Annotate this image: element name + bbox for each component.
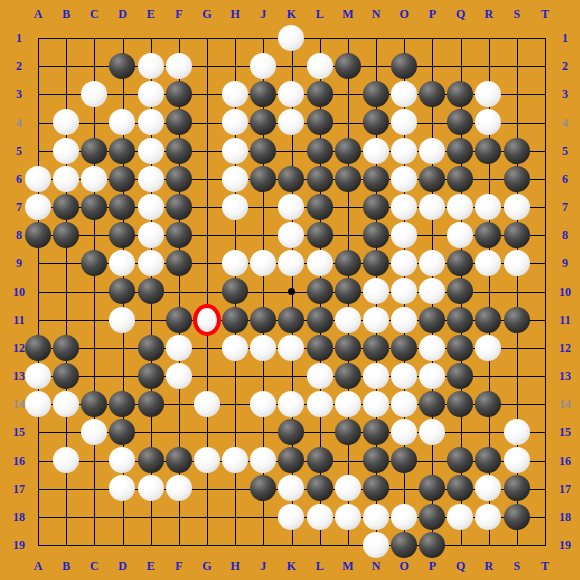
intersection-R14[interactable] [474,390,502,418]
intersection-C3[interactable] [80,80,108,108]
intersection-S5[interactable] [503,137,531,165]
intersection-C15[interactable] [80,418,108,446]
intersection-N2[interactable] [362,52,390,80]
intersection-F19[interactable] [165,531,193,559]
intersection-B8[interactable] [52,221,80,249]
intersection-G17[interactable] [193,474,221,502]
intersection-C18[interactable] [80,503,108,531]
intersection-F12[interactable] [165,334,193,362]
intersection-F3[interactable] [165,80,193,108]
intersection-H17[interactable] [221,474,249,502]
intersection-G11[interactable] [193,305,221,333]
intersection-S13[interactable] [503,362,531,390]
intersection-A3[interactable] [24,80,52,108]
intersection-O13[interactable] [390,362,418,390]
intersection-Q7[interactable] [446,193,474,221]
intersection-P18[interactable] [418,503,446,531]
intersection-B19[interactable] [52,531,80,559]
intersection-O2[interactable] [390,52,418,80]
intersection-H12[interactable] [221,334,249,362]
intersection-C12[interactable] [80,334,108,362]
intersection-J9[interactable] [249,249,277,277]
intersection-S8[interactable] [503,221,531,249]
intersection-E3[interactable] [137,80,165,108]
intersection-F10[interactable] [165,277,193,305]
intersection-Q17[interactable] [446,474,474,502]
intersection-E13[interactable] [137,362,165,390]
intersection-H5[interactable] [221,137,249,165]
intersection-Q6[interactable] [446,165,474,193]
intersection-K4[interactable] [277,108,305,136]
intersection-Q4[interactable] [446,108,474,136]
intersection-S18[interactable] [503,503,531,531]
intersection-M9[interactable] [334,249,362,277]
intersection-P10[interactable] [418,277,446,305]
intersection-D17[interactable] [108,474,136,502]
intersection-E16[interactable] [137,446,165,474]
intersection-H14[interactable] [221,390,249,418]
intersection-O5[interactable] [390,137,418,165]
intersection-L13[interactable] [305,362,333,390]
intersection-C9[interactable] [80,249,108,277]
intersection-A19[interactable] [24,531,52,559]
intersection-J5[interactable] [249,137,277,165]
intersection-J10[interactable] [249,277,277,305]
intersection-N8[interactable] [362,221,390,249]
intersection-E9[interactable] [137,249,165,277]
intersection-B12[interactable] [52,334,80,362]
intersection-E11[interactable] [137,305,165,333]
intersection-O11[interactable] [390,305,418,333]
intersection-M18[interactable] [334,503,362,531]
intersection-P5[interactable] [418,137,446,165]
intersection-C10[interactable] [80,277,108,305]
intersection-C6[interactable] [80,165,108,193]
intersection-O12[interactable] [390,334,418,362]
intersection-E19[interactable] [137,531,165,559]
intersection-N13[interactable] [362,362,390,390]
intersection-G8[interactable] [193,221,221,249]
intersection-R15[interactable] [474,418,502,446]
intersection-T13[interactable] [531,362,559,390]
intersection-G13[interactable] [193,362,221,390]
intersection-T8[interactable] [531,221,559,249]
intersection-H2[interactable] [221,52,249,80]
intersection-P2[interactable] [418,52,446,80]
intersection-Q16[interactable] [446,446,474,474]
intersection-L19[interactable] [305,531,333,559]
intersection-N16[interactable] [362,446,390,474]
intersection-A13[interactable] [24,362,52,390]
intersection-L9[interactable] [305,249,333,277]
intersection-L10[interactable] [305,277,333,305]
intersection-T17[interactable] [531,474,559,502]
intersection-L4[interactable] [305,108,333,136]
intersection-B4[interactable] [52,108,80,136]
intersection-S4[interactable] [503,108,531,136]
intersection-A9[interactable] [24,249,52,277]
intersection-K18[interactable] [277,503,305,531]
intersection-D12[interactable] [108,334,136,362]
intersection-D8[interactable] [108,221,136,249]
intersection-R16[interactable] [474,446,502,474]
intersection-F5[interactable] [165,137,193,165]
intersection-C5[interactable] [80,137,108,165]
intersection-B5[interactable] [52,137,80,165]
intersection-D14[interactable] [108,390,136,418]
intersection-M6[interactable] [334,165,362,193]
intersection-D2[interactable] [108,52,136,80]
intersection-F16[interactable] [165,446,193,474]
intersection-J15[interactable] [249,418,277,446]
intersection-F15[interactable] [165,418,193,446]
intersection-D9[interactable] [108,249,136,277]
intersection-L7[interactable] [305,193,333,221]
intersection-E15[interactable] [137,418,165,446]
intersection-L16[interactable] [305,446,333,474]
intersection-P3[interactable] [418,80,446,108]
intersection-D7[interactable] [108,193,136,221]
intersection-B3[interactable] [52,80,80,108]
intersection-K14[interactable] [277,390,305,418]
intersection-O14[interactable] [390,390,418,418]
intersection-M1[interactable] [334,24,362,52]
intersection-H15[interactable] [221,418,249,446]
intersection-G4[interactable] [193,108,221,136]
intersection-O9[interactable] [390,249,418,277]
intersection-O19[interactable] [390,531,418,559]
intersection-Q11[interactable] [446,305,474,333]
intersection-N4[interactable] [362,108,390,136]
intersection-J6[interactable] [249,165,277,193]
intersection-A16[interactable] [24,446,52,474]
intersection-R3[interactable] [474,80,502,108]
intersection-Q14[interactable] [446,390,474,418]
intersection-S7[interactable] [503,193,531,221]
intersection-E2[interactable] [137,52,165,80]
intersection-K17[interactable] [277,474,305,502]
intersection-T16[interactable] [531,446,559,474]
intersection-K8[interactable] [277,221,305,249]
intersection-K11[interactable] [277,305,305,333]
intersection-R13[interactable] [474,362,502,390]
intersection-O15[interactable] [390,418,418,446]
intersection-J18[interactable] [249,503,277,531]
intersection-J12[interactable] [249,334,277,362]
intersection-P16[interactable] [418,446,446,474]
intersection-E17[interactable] [137,474,165,502]
intersection-D10[interactable] [108,277,136,305]
intersection-M11[interactable] [334,305,362,333]
intersection-T2[interactable] [531,52,559,80]
intersection-P6[interactable] [418,165,446,193]
intersection-T3[interactable] [531,80,559,108]
intersection-T4[interactable] [531,108,559,136]
intersection-M5[interactable] [334,137,362,165]
intersection-L8[interactable] [305,221,333,249]
intersection-J16[interactable] [249,446,277,474]
intersection-D4[interactable] [108,108,136,136]
intersection-E6[interactable] [137,165,165,193]
intersection-H9[interactable] [221,249,249,277]
intersection-C19[interactable] [80,531,108,559]
intersection-N5[interactable] [362,137,390,165]
intersection-F9[interactable] [165,249,193,277]
intersection-H11[interactable] [221,305,249,333]
intersection-O17[interactable] [390,474,418,502]
intersection-G7[interactable] [193,193,221,221]
intersection-D5[interactable] [108,137,136,165]
intersection-P15[interactable] [418,418,446,446]
intersection-O1[interactable] [390,24,418,52]
intersection-R9[interactable] [474,249,502,277]
intersection-K16[interactable] [277,446,305,474]
intersection-O18[interactable] [390,503,418,531]
intersection-O16[interactable] [390,446,418,474]
intersection-G1[interactable] [193,24,221,52]
intersection-N3[interactable] [362,80,390,108]
intersection-K6[interactable] [277,165,305,193]
intersection-S9[interactable] [503,249,531,277]
intersection-O10[interactable] [390,277,418,305]
intersection-G15[interactable] [193,418,221,446]
intersection-A2[interactable] [24,52,52,80]
intersection-D15[interactable] [108,418,136,446]
intersection-A14[interactable] [24,390,52,418]
intersection-R8[interactable] [474,221,502,249]
intersection-S6[interactable] [503,165,531,193]
intersection-P1[interactable] [418,24,446,52]
intersection-B9[interactable] [52,249,80,277]
intersection-H16[interactable] [221,446,249,474]
intersection-T12[interactable] [531,334,559,362]
intersection-R11[interactable] [474,305,502,333]
intersection-N11[interactable] [362,305,390,333]
intersection-C8[interactable] [80,221,108,249]
intersection-B11[interactable] [52,305,80,333]
intersection-C17[interactable] [80,474,108,502]
intersection-A18[interactable] [24,503,52,531]
intersection-H4[interactable] [221,108,249,136]
intersection-C7[interactable] [80,193,108,221]
intersection-G10[interactable] [193,277,221,305]
intersection-C2[interactable] [80,52,108,80]
intersection-N15[interactable] [362,418,390,446]
intersection-N12[interactable] [362,334,390,362]
intersection-E12[interactable] [137,334,165,362]
intersection-L14[interactable] [305,390,333,418]
intersection-K12[interactable] [277,334,305,362]
intersection-R19[interactable] [474,531,502,559]
intersection-H18[interactable] [221,503,249,531]
intersection-M3[interactable] [334,80,362,108]
intersection-Q19[interactable] [446,531,474,559]
intersection-K9[interactable] [277,249,305,277]
intersection-E10[interactable] [137,277,165,305]
intersection-T9[interactable] [531,249,559,277]
intersection-O7[interactable] [390,193,418,221]
intersection-D16[interactable] [108,446,136,474]
intersection-O8[interactable] [390,221,418,249]
intersection-H19[interactable] [221,531,249,559]
intersection-A6[interactable] [24,165,52,193]
intersection-R6[interactable] [474,165,502,193]
intersection-B2[interactable] [52,52,80,80]
intersection-E5[interactable] [137,137,165,165]
intersection-P19[interactable] [418,531,446,559]
intersection-S14[interactable] [503,390,531,418]
intersection-N18[interactable] [362,503,390,531]
intersection-T18[interactable] [531,503,559,531]
intersection-D18[interactable] [108,503,136,531]
intersection-Q1[interactable] [446,24,474,52]
intersection-M12[interactable] [334,334,362,362]
intersection-N19[interactable] [362,531,390,559]
intersection-J3[interactable] [249,80,277,108]
intersection-J17[interactable] [249,474,277,502]
intersection-K15[interactable] [277,418,305,446]
intersection-K7[interactable] [277,193,305,221]
intersection-M14[interactable] [334,390,362,418]
intersection-D11[interactable] [108,305,136,333]
intersection-J11[interactable] [249,305,277,333]
intersection-D19[interactable] [108,531,136,559]
intersection-G2[interactable] [193,52,221,80]
intersection-B15[interactable] [52,418,80,446]
intersection-F8[interactable] [165,221,193,249]
intersection-J13[interactable] [249,362,277,390]
intersection-K10[interactable] [277,277,305,305]
intersection-S16[interactable] [503,446,531,474]
intersection-M19[interactable] [334,531,362,559]
intersection-P14[interactable] [418,390,446,418]
intersection-J8[interactable] [249,221,277,249]
intersection-J19[interactable] [249,531,277,559]
intersection-K19[interactable] [277,531,305,559]
intersection-E18[interactable] [137,503,165,531]
intersection-K5[interactable] [277,137,305,165]
intersection-H6[interactable] [221,165,249,193]
intersection-O6[interactable] [390,165,418,193]
intersection-L17[interactable] [305,474,333,502]
intersection-M15[interactable] [334,418,362,446]
intersection-E14[interactable] [137,390,165,418]
intersection-M4[interactable] [334,108,362,136]
intersection-L5[interactable] [305,137,333,165]
intersection-F4[interactable] [165,108,193,136]
intersection-K2[interactable] [277,52,305,80]
intersection-S19[interactable] [503,531,531,559]
intersection-S17[interactable] [503,474,531,502]
intersection-N6[interactable] [362,165,390,193]
intersection-M13[interactable] [334,362,362,390]
intersection-T19[interactable] [531,531,559,559]
intersection-T1[interactable] [531,24,559,52]
intersection-F14[interactable] [165,390,193,418]
intersection-M7[interactable] [334,193,362,221]
intersection-G6[interactable] [193,165,221,193]
intersection-L15[interactable] [305,418,333,446]
intersection-R17[interactable] [474,474,502,502]
intersection-B14[interactable] [52,390,80,418]
intersection-K1[interactable] [277,24,305,52]
intersection-R2[interactable] [474,52,502,80]
intersection-Q3[interactable] [446,80,474,108]
intersection-G12[interactable] [193,334,221,362]
intersection-J2[interactable] [249,52,277,80]
intersection-M16[interactable] [334,446,362,474]
intersection-B6[interactable] [52,165,80,193]
intersection-Q15[interactable] [446,418,474,446]
intersection-L6[interactable] [305,165,333,193]
intersection-L3[interactable] [305,80,333,108]
intersection-L11[interactable] [305,305,333,333]
intersection-F18[interactable] [165,503,193,531]
intersection-C16[interactable] [80,446,108,474]
intersection-A17[interactable] [24,474,52,502]
intersection-N7[interactable] [362,193,390,221]
intersection-C14[interactable] [80,390,108,418]
intersection-T15[interactable] [531,418,559,446]
intersection-E4[interactable] [137,108,165,136]
intersection-J1[interactable] [249,24,277,52]
intersection-C11[interactable] [80,305,108,333]
intersection-O4[interactable] [390,108,418,136]
intersection-A11[interactable] [24,305,52,333]
intersection-Q10[interactable] [446,277,474,305]
intersection-Q9[interactable] [446,249,474,277]
intersection-F1[interactable] [165,24,193,52]
intersection-F11[interactable] [165,305,193,333]
intersection-P8[interactable] [418,221,446,249]
intersection-S2[interactable] [503,52,531,80]
intersection-E1[interactable] [137,24,165,52]
intersection-Q13[interactable] [446,362,474,390]
intersection-H3[interactable] [221,80,249,108]
intersection-B13[interactable] [52,362,80,390]
intersection-P17[interactable] [418,474,446,502]
intersection-K3[interactable] [277,80,305,108]
intersection-A5[interactable] [24,137,52,165]
intersection-Q2[interactable] [446,52,474,80]
intersection-N14[interactable] [362,390,390,418]
intersection-S11[interactable] [503,305,531,333]
intersection-J4[interactable] [249,108,277,136]
intersection-H1[interactable] [221,24,249,52]
intersection-E7[interactable] [137,193,165,221]
intersection-A7[interactable] [24,193,52,221]
intersection-D13[interactable] [108,362,136,390]
intersection-M2[interactable] [334,52,362,80]
intersection-F2[interactable] [165,52,193,80]
intersection-F13[interactable] [165,362,193,390]
intersection-A15[interactable] [24,418,52,446]
intersection-L1[interactable] [305,24,333,52]
intersection-N9[interactable] [362,249,390,277]
intersection-J14[interactable] [249,390,277,418]
intersection-R10[interactable] [474,277,502,305]
intersection-A4[interactable] [24,108,52,136]
intersection-B16[interactable] [52,446,80,474]
intersection-D6[interactable] [108,165,136,193]
intersection-F7[interactable] [165,193,193,221]
intersection-B17[interactable] [52,474,80,502]
intersection-A8[interactable] [24,221,52,249]
intersection-S10[interactable] [503,277,531,305]
intersection-P4[interactable] [418,108,446,136]
intersection-T6[interactable] [531,165,559,193]
intersection-G19[interactable] [193,531,221,559]
